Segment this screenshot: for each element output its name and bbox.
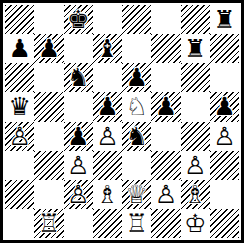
black-knight-c6: ♞ [64,63,93,92]
square-h8[interactable]: ♜ [210,5,239,34]
square-d4[interactable]: ♙ [93,122,122,151]
white-pawn-icon: ♙ [155,182,177,207]
square-h2[interactable] [210,180,239,209]
square-b1[interactable]: ♖ [34,209,63,238]
square-b3[interactable] [34,151,63,180]
square-f4[interactable] [151,122,180,151]
square-h6[interactable] [210,63,239,92]
square-a4[interactable]: ♙ [5,122,34,151]
square-h1[interactable] [210,209,239,238]
white-pawn-icon: ♙ [8,124,30,149]
square-c8[interactable]: ♚ [64,5,93,34]
square-f3[interactable] [151,151,180,180]
black-pawn-c4: ♟ [64,122,93,151]
square-g6[interactable] [181,63,210,92]
square-a3[interactable] [5,151,34,180]
square-b2[interactable] [34,180,63,209]
black-pawn-icon: ♟ [155,94,177,119]
square-f7[interactable] [151,34,180,63]
black-pawn-h5: ♟ [210,92,239,121]
black-king-c8: ♚ [64,5,93,34]
square-d1[interactable] [93,209,122,238]
square-b7[interactable]: ♟ [34,34,63,63]
square-g7[interactable]: ♜ [181,34,210,63]
square-c1[interactable] [64,209,93,238]
black-rook-g7: ♜ [181,34,210,63]
black-rook-icon: ♜ [213,7,235,32]
square-c3[interactable]: ♙ [64,151,93,180]
square-h7[interactable] [210,34,239,63]
square-d6[interactable] [93,63,122,92]
white-rook-e1: ♖ [122,209,151,238]
square-a8[interactable] [5,5,34,34]
square-d5[interactable]: ♟ [93,92,122,121]
square-a2[interactable] [5,180,34,209]
square-f2[interactable]: ♙ [151,180,180,209]
black-pawn-icon: ♟ [213,94,235,119]
square-c2[interactable]: ♙ [64,180,93,209]
square-g5[interactable] [181,92,210,121]
black-knight-icon: ♞ [67,65,89,90]
white-king-icon: ♔ [184,211,206,236]
black-pawn-d5: ♟ [93,92,122,121]
white-pawn-icon: ♙ [213,124,235,149]
white-queen-e2: ♕ [122,180,151,209]
white-pawn-icon: ♙ [67,182,89,207]
white-rook-icon: ♖ [38,211,60,236]
square-c4[interactable]: ♟ [64,122,93,151]
square-g3[interactable]: ♙ [181,151,210,180]
black-pawn-icon: ♟ [8,36,30,61]
square-e1[interactable]: ♖ [122,209,151,238]
black-knight-e4: ♞ [122,122,151,151]
square-a7[interactable]: ♟ [5,34,34,63]
square-e5[interactable]: ♘ [122,92,151,121]
chess-diagram-frame: ♚♜♟♟♝♜♞♟♛♟♘♟♟♙♟♙♞♙♙♙♙♗♕♙♗♖♖♔ [0,0,244,243]
square-b4[interactable] [34,122,63,151]
white-rook-icon: ♖ [125,211,147,236]
white-pawn-h4: ♙ [210,122,239,151]
white-pawn-a4: ♙ [5,122,34,151]
square-g1[interactable]: ♔ [181,209,210,238]
white-knight-e5: ♘ [122,92,151,121]
white-bishop-icon: ♗ [96,182,118,207]
black-bishop-icon: ♝ [96,36,118,61]
square-h5[interactable]: ♟ [210,92,239,121]
square-b6[interactable] [34,63,63,92]
square-c7[interactable] [64,34,93,63]
square-e3[interactable] [122,151,151,180]
chess-board: ♚♜♟♟♝♜♞♟♛♟♘♟♟♙♟♙♞♙♙♙♙♗♕♙♗♖♖♔ [5,5,239,238]
black-pawn-e6: ♟ [122,63,151,92]
white-pawn-c2: ♙ [64,180,93,209]
black-rook-h8: ♜ [210,5,239,34]
square-d2[interactable]: ♗ [93,180,122,209]
black-pawn-f5: ♟ [151,92,180,121]
white-pawn-d4: ♙ [93,122,122,151]
black-pawn-icon: ♟ [38,36,60,61]
white-bishop-d2: ♗ [93,180,122,209]
square-e8[interactable] [122,5,151,34]
white-pawn-g3: ♙ [181,151,210,180]
white-rook-b1: ♖ [34,209,63,238]
black-knight-icon: ♞ [125,124,147,149]
square-a1[interactable] [5,209,34,238]
black-pawn-icon: ♟ [96,94,118,119]
black-bishop-d7: ♝ [93,34,122,63]
square-e6[interactable]: ♟ [122,63,151,92]
square-e7[interactable] [122,34,151,63]
white-knight-icon: ♘ [125,94,147,119]
square-e4[interactable]: ♞ [122,122,151,151]
white-pawn-icon: ♙ [67,153,89,178]
white-bishop-g2: ♗ [181,180,210,209]
black-pawn-a7: ♟ [5,34,34,63]
square-b8[interactable] [34,5,63,34]
white-pawn-f2: ♙ [151,180,180,209]
square-h4[interactable]: ♙ [210,122,239,151]
square-b5[interactable] [34,92,63,121]
white-king-g1: ♔ [181,209,210,238]
square-a5[interactable]: ♛ [5,92,34,121]
square-c5[interactable] [64,92,93,121]
square-c6[interactable]: ♞ [64,63,93,92]
black-pawn-b7: ♟ [34,34,63,63]
square-d3[interactable] [93,151,122,180]
square-h3[interactable] [210,151,239,180]
square-a6[interactable] [5,63,34,92]
square-d7[interactable]: ♝ [93,34,122,63]
square-g4[interactable] [181,122,210,151]
white-bishop-icon: ♗ [184,182,206,207]
black-queen-icon: ♛ [8,94,30,119]
square-f6[interactable] [151,63,180,92]
square-f8[interactable] [151,5,180,34]
white-pawn-icon: ♙ [96,124,118,149]
black-pawn-icon: ♟ [125,65,147,90]
black-rook-icon: ♜ [184,36,206,61]
square-f5[interactable]: ♟ [151,92,180,121]
square-g2[interactable]: ♗ [181,180,210,209]
black-pawn-icon: ♟ [67,124,89,149]
white-pawn-c3: ♙ [64,151,93,180]
square-f1[interactable] [151,209,180,238]
white-queen-icon: ♕ [125,182,147,207]
white-pawn-icon: ♙ [184,153,206,178]
black-queen-a5: ♛ [5,92,34,121]
square-e2[interactable]: ♕ [122,180,151,209]
square-g8[interactable] [181,5,210,34]
square-d8[interactable] [93,5,122,34]
black-king-icon: ♚ [67,7,89,32]
